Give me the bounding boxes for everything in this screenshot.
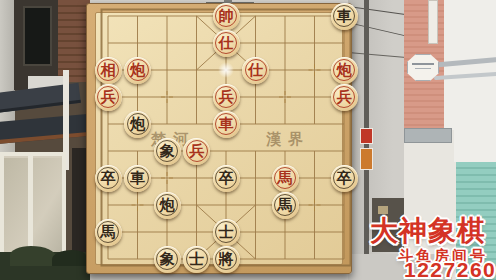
piece-label: 將 (219, 252, 234, 267)
piece-black-pawn[interactable]: 卒 (331, 165, 358, 192)
piece-red-chariot[interactable]: 車 (213, 111, 240, 138)
piece-label: 馬 (101, 225, 116, 240)
piece-label: 馬 (278, 198, 293, 213)
piece-black-chariot[interactable]: 車 (124, 165, 151, 192)
pole-sign-orange (360, 148, 373, 170)
piece-label: 兵 (189, 144, 204, 159)
piece-label: 兵 (219, 90, 234, 105)
piece-label: 帥 (219, 9, 234, 24)
piece-label: 象 (160, 252, 175, 267)
piece-red-cannon[interactable]: 炮 (331, 57, 358, 84)
piece-red-advisor[interactable]: 仕 (242, 57, 269, 84)
piece-black-cannon[interactable]: 炮 (124, 111, 151, 138)
xiangqi-board[interactable]: 楚河 漢界 帥仕相炮仕炮兵兵兵車兵馬車炮象卒車卒卒炮馬馬士象士將 (86, 3, 352, 274)
piece-label: 炮 (130, 63, 145, 78)
piece-label: 仕 (248, 63, 263, 78)
piece-red-pawn[interactable]: 兵 (331, 84, 358, 111)
piece-label: 炮 (160, 198, 175, 213)
piece-black-horse[interactable]: 馬 (95, 219, 122, 246)
board-grid: 帥仕相炮仕炮兵兵兵車兵馬車炮象卒車卒卒炮馬馬士象士將 (93, 3, 359, 273)
shrubbery (10, 246, 56, 266)
pole-sign-red (360, 128, 373, 144)
piece-red-horse[interactable]: 馬 (272, 165, 299, 192)
piece-label: 炮 (337, 63, 352, 78)
sign-text-line (415, 68, 431, 69)
piece-label: 炮 (130, 117, 145, 132)
piece-red-king[interactable]: 帥 (213, 3, 240, 30)
piece-label: 仕 (219, 36, 234, 51)
shrubbery (52, 250, 86, 266)
piece-red-cannon[interactable]: 炮 (124, 57, 151, 84)
piece-label: 兵 (337, 90, 352, 105)
piece-label: 卒 (101, 171, 116, 186)
piece-label: 象 (160, 144, 175, 159)
piece-label: 士 (219, 225, 234, 240)
house-upper-window (23, 6, 52, 66)
piece-label: 卒 (219, 171, 234, 186)
piece-black-horse[interactable]: 馬 (272, 192, 299, 219)
piece-red-elephant[interactable]: 相 (95, 57, 122, 84)
sign-text-line (412, 63, 434, 65)
room-number: 1227260 (404, 258, 496, 280)
piece-red-pawn[interactable]: 兵 (183, 138, 210, 165)
grey-awning (404, 128, 452, 143)
piece-black-king[interactable]: 將 (213, 246, 240, 273)
piece-red-advisor[interactable]: 仕 (213, 30, 240, 57)
move-highlight-glow (218, 62, 234, 78)
piece-red-pawn[interactable]: 兵 (213, 84, 240, 111)
piece-black-pawn[interactable]: 卒 (213, 165, 240, 192)
piece-label: 兵 (101, 90, 116, 105)
piece-black-cannon[interactable]: 炮 (154, 192, 181, 219)
piece-red-pawn[interactable]: 兵 (95, 84, 122, 111)
piece-label: 車 (219, 117, 234, 132)
piece-black-pawn[interactable]: 卒 (95, 165, 122, 192)
piece-black-advisor[interactable]: 士 (213, 219, 240, 246)
piece-black-elephant[interactable]: 象 (154, 246, 181, 273)
piece-black-chariot[interactable]: 車 (331, 3, 358, 30)
piece-label: 相 (101, 63, 116, 78)
piece-label: 馬 (278, 171, 293, 186)
piece-label: 車 (130, 171, 145, 186)
vertical-shop-sign (428, 0, 438, 44)
stream-frame: 楚河 漢界 帥仕相炮仕炮兵兵兵車兵馬車炮象卒車卒卒炮馬馬士象士將 大神象棋 斗鱼… (0, 0, 496, 280)
piece-label: 士 (189, 252, 204, 267)
piece-black-advisor[interactable]: 士 (183, 246, 210, 273)
piece-label: 車 (337, 9, 352, 24)
stream-title: 大神象棋 (370, 212, 486, 250)
piece-label: 卒 (337, 171, 352, 186)
piece-black-elephant[interactable]: 象 (154, 138, 181, 165)
